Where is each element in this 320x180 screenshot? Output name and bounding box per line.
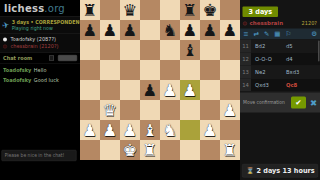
white-king: ♚ <box>123 140 138 160</box>
square-f4[interactable]: ♟ <box>180 80 200 100</box>
square-c1[interactable]: ♚ <box>120 140 140 160</box>
square-f1[interactable] <box>180 140 200 160</box>
square-d2[interactable]: ♝ <box>140 120 160 140</box>
square-b7[interactable]: ♟ <box>100 20 120 40</box>
black-bishop: ♝ <box>183 40 198 60</box>
opponent-clock: 3 days <box>243 7 279 18</box>
chat-input[interactable] <box>2 150 77 161</box>
white-color-dot-icon <box>3 38 7 42</box>
white-pawn: ♟ <box>183 80 198 100</box>
chat-message: ToadofskyGood luck <box>3 78 77 84</box>
square-g2[interactable]: ♟ <box>200 120 220 140</box>
black-queen: ♛ <box>123 0 138 20</box>
black-pawn: ♟ <box>103 20 118 40</box>
white-pawn: ♟ <box>123 120 138 140</box>
square-g5[interactable] <box>200 60 220 80</box>
chat-toggle-checkbox[interactable] <box>49 56 54 61</box>
cancel-move-button[interactable]: ✖ <box>310 97 317 109</box>
square-c7[interactable]: ♟ <box>120 20 140 40</box>
square-f5[interactable] <box>180 60 200 80</box>
square-d8[interactable] <box>140 0 160 20</box>
move-row: 13Ne2Bxd3 <box>240 66 320 79</box>
square-h3[interactable]: ♟ <box>220 100 240 120</box>
square-c4[interactable] <box>120 80 140 100</box>
square-c8[interactable]: ♛ <box>120 0 140 20</box>
square-f8[interactable]: ♜ <box>180 0 200 20</box>
move-list: 11Bd2d512O-O-Od413Ne2Bxd314Qxd3Qc8 <box>240 40 320 92</box>
square-d5[interactable] <box>140 60 160 80</box>
chat-message-text: Good luck <box>34 78 59 84</box>
menu-icon[interactable]: ≡ <box>243 30 248 38</box>
square-h2[interactable] <box>220 120 240 140</box>
correspondence-plane-icon: ✈ <box>1 19 10 30</box>
square-e3[interactable] <box>160 100 180 120</box>
flip-board-icon[interactable]: ⇄ <box>253 30 258 38</box>
black-king: ♚ <box>203 0 218 20</box>
square-d4[interactable]: ♟ <box>140 80 160 100</box>
notes-icon[interactable]: ✎ <box>264 30 269 38</box>
square-d7[interactable] <box>140 20 160 40</box>
board-editor-icon[interactable]: ▦ <box>274 30 280 38</box>
square-b1[interactable] <box>100 140 120 160</box>
confirm-move-button[interactable]: ✔ <box>291 97 306 109</box>
opponent-row: chessbrain 2120? <box>240 17 320 29</box>
black-pawn: ♟ <box>183 20 198 40</box>
square-h6[interactable] <box>220 40 240 60</box>
chat-message-text: Hello <box>34 67 47 73</box>
opponent-color-dot-icon <box>243 21 247 25</box>
white-knight: ♞ <box>163 120 178 140</box>
chat-message: ToadofskyHello <box>3 67 77 73</box>
black-pawn: ♟ <box>223 20 238 40</box>
move-14-black[interactable]: Qc8 <box>282 79 313 92</box>
square-a8[interactable]: ♜ <box>80 0 100 20</box>
move-list-scrollbar[interactable] <box>318 41 320 62</box>
move-number: 11 <box>240 40 251 53</box>
square-f7[interactable]: ♟ <box>180 20 200 40</box>
square-g3[interactable] <box>200 100 220 120</box>
white-pawn: ♟ <box>223 100 238 120</box>
square-e4[interactable]: ♟ <box>160 80 180 100</box>
square-a6[interactable] <box>80 40 100 60</box>
square-b3[interactable]: ♛ <box>100 100 120 120</box>
player-black-label: chessbrain (2120?) <box>11 44 59 50</box>
square-c3[interactable] <box>120 100 140 120</box>
black-pawn: ♟ <box>83 20 98 40</box>
chat-settings-button[interactable] <box>58 55 77 61</box>
square-b4[interactable] <box>100 80 120 100</box>
game-info-box: ✈ 3 days • CORRESPONDENCE - RATED Playin… <box>0 16 80 34</box>
black-pawn: ♟ <box>203 20 218 40</box>
black-knight: ♞ <box>163 20 178 40</box>
chat-title: Chat room <box>3 55 49 61</box>
player-clock-time: 2 days 13 hours <box>256 167 314 175</box>
lichess-logo[interactable]: lichess.org <box>0 0 80 16</box>
chat-messages: ToadofskyHelloToadofskyGood luck <box>0 64 80 91</box>
move-number: 12 <box>240 53 251 66</box>
square-a5[interactable] <box>80 60 100 80</box>
square-f2[interactable] <box>180 120 200 140</box>
white-queen: ♛ <box>103 100 118 120</box>
settings-icon[interactable]: ⚙ <box>311 30 317 38</box>
square-d3[interactable] <box>140 100 160 120</box>
square-g7[interactable]: ♟ <box>200 20 220 40</box>
hourglass-icon: ⌛ <box>247 168 254 175</box>
move-12-black[interactable]: d4 <box>282 53 313 66</box>
move-13-white[interactable]: Ne2 <box>251 66 282 79</box>
black-pawn: ♟ <box>143 80 158 100</box>
move-row: 11Bd2d5 <box>240 40 320 53</box>
white-pawn: ♟ <box>203 120 218 140</box>
square-g4[interactable] <box>200 80 220 100</box>
square-e1[interactable] <box>160 140 180 160</box>
square-h5[interactable] <box>220 60 240 80</box>
square-e7[interactable]: ♞ <box>160 20 180 40</box>
square-h4[interactable] <box>220 80 240 100</box>
player-list: Toadofsky (2087?) chessbrain (2120?) <box>0 34 80 53</box>
square-a3[interactable] <box>80 100 100 120</box>
opponent-rating: 2120? <box>302 21 317 27</box>
game-info-line2: Playing right now <box>12 26 80 32</box>
square-c2[interactable]: ♟ <box>120 120 140 140</box>
square-h8[interactable] <box>220 0 240 20</box>
square-g6[interactable] <box>200 40 220 60</box>
black-color-dot-icon <box>3 45 7 49</box>
square-a4[interactable] <box>80 80 100 100</box>
chat-header: Chat room <box>0 53 80 65</box>
square-g1[interactable] <box>200 140 220 160</box>
move-row: 12O-O-Od4 <box>240 53 320 66</box>
square-h1[interactable]: ♜ <box>220 140 240 160</box>
square-a7[interactable]: ♟ <box>80 20 100 40</box>
white-rook: ♜ <box>143 140 158 160</box>
white-bishop: ♝ <box>143 120 158 140</box>
square-b5[interactable] <box>100 60 120 80</box>
square-f6[interactable]: ♝ <box>180 40 200 60</box>
square-g8[interactable]: ♚ <box>200 0 220 20</box>
logo-main: lichess <box>4 3 44 15</box>
move-11-white[interactable]: Bd2 <box>251 40 282 53</box>
logo-tld: .org <box>44 3 65 15</box>
player-black-row[interactable]: chessbrain (2120?) <box>3 43 77 50</box>
move-12-white[interactable]: O-O-O <box>251 53 282 66</box>
game-toolbar: ≡⇄✎▦⚐⚙ <box>240 29 320 40</box>
black-rook: ♜ <box>183 0 198 20</box>
white-rook: ♜ <box>223 140 238 160</box>
square-e2[interactable]: ♞ <box>160 120 180 140</box>
square-e5[interactable] <box>160 60 180 80</box>
lichess-game-page: lichess.org ✈ 3 days • CORRESPONDENCE - … <box>0 0 320 180</box>
black-rook: ♜ <box>83 0 98 20</box>
square-d1[interactable]: ♜ <box>140 140 160 160</box>
square-a1[interactable] <box>80 140 100 160</box>
square-h7[interactable]: ♟ <box>220 20 240 40</box>
move-11-black[interactable]: d5 <box>282 40 313 53</box>
square-c6[interactable] <box>120 40 140 60</box>
chat-message-user[interactable]: Toadofsky <box>3 67 31 73</box>
white-pawn: ♟ <box>83 120 98 140</box>
move-number: 14 <box>240 79 251 92</box>
move-13-black[interactable]: Bxd3 <box>282 66 313 79</box>
player-white-row[interactable]: Toadofsky (2087?) <box>3 36 77 43</box>
right-panel: 3 days chessbrain 2120? ≡⇄✎▦⚐⚙ 11Bd2d512… <box>240 0 320 180</box>
game-info-line1: 3 days • CORRESPONDENCE - RATED <box>12 19 80 25</box>
move-14-white[interactable]: Qxd3 <box>251 79 282 92</box>
player-white-label: Toadofsky (2087?) <box>11 37 56 43</box>
chess-board: ♜♛♜♚♟♟♟♞♟♟♟♝♟♟♟♛♟♟♟♟♝♞♟♚♜♜ <box>80 0 240 160</box>
square-d6[interactable] <box>140 40 160 60</box>
black-pawn: ♟ <box>123 20 138 40</box>
chat-message-user[interactable]: Toadofsky <box>3 78 31 84</box>
move-number: 13 <box>240 66 251 79</box>
square-b8[interactable] <box>100 0 120 20</box>
move-confirmation-label: Move confirmation <box>243 100 291 105</box>
flag-icon[interactable]: ⚐ <box>286 30 292 38</box>
white-pawn: ♟ <box>103 120 118 140</box>
left-sidebar: lichess.org ✈ 3 days • CORRESPONDENCE - … <box>0 0 80 180</box>
move-confirmation-box: Move confirmation ✔ ✖ <box>240 93 320 113</box>
opponent-name[interactable]: chessbrain <box>250 20 302 27</box>
square-e8[interactable] <box>160 0 180 20</box>
move-row: 14Qxd3Qc8 <box>240 79 320 92</box>
square-a2[interactable]: ♟ <box>80 120 100 140</box>
square-e6[interactable] <box>160 40 180 60</box>
square-c5[interactable] <box>120 60 140 80</box>
square-b2[interactable]: ♟ <box>100 120 120 140</box>
player-clock: ⌛2 days 13 hours <box>242 164 318 178</box>
square-f3[interactable] <box>180 100 200 120</box>
white-pawn: ♟ <box>163 80 178 100</box>
square-b6[interactable] <box>100 40 120 60</box>
